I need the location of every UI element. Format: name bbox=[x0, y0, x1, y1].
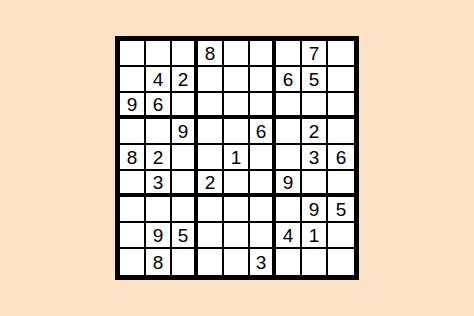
cell-r8c5[interactable] bbox=[224, 223, 250, 249]
cell-r8c6[interactable] bbox=[250, 223, 276, 249]
cell-r6c5[interactable] bbox=[224, 171, 250, 197]
cell-r6c8[interactable] bbox=[302, 171, 328, 197]
cell-r9c4[interactable] bbox=[198, 249, 224, 275]
cell-r3c3[interactable] bbox=[172, 93, 198, 119]
cell-r9c1[interactable] bbox=[120, 249, 146, 275]
cell-r8c1[interactable] bbox=[120, 223, 146, 249]
cell-r3c7[interactable] bbox=[276, 93, 302, 119]
cell-r8c3[interactable]: 5 bbox=[172, 223, 198, 249]
cell-r7c9[interactable]: 5 bbox=[328, 197, 354, 223]
cell-r5c7[interactable] bbox=[276, 145, 302, 171]
cell-r1c7[interactable] bbox=[276, 41, 302, 67]
cell-r7c1[interactable] bbox=[120, 197, 146, 223]
cell-r3c1[interactable]: 9 bbox=[120, 93, 146, 119]
cell-r3c5[interactable] bbox=[224, 93, 250, 119]
cell-r8c9[interactable] bbox=[328, 223, 354, 249]
cell-r1c8[interactable]: 7 bbox=[302, 41, 328, 67]
cell-r4c9[interactable] bbox=[328, 119, 354, 145]
cell-r7c3[interactable] bbox=[172, 197, 198, 223]
cell-r7c5[interactable] bbox=[224, 197, 250, 223]
cell-r1c2[interactable] bbox=[146, 41, 172, 67]
cell-r5c8[interactable]: 3 bbox=[302, 145, 328, 171]
cell-r2c9[interactable] bbox=[328, 67, 354, 93]
cell-r3c6[interactable] bbox=[250, 93, 276, 119]
cell-r7c8[interactable]: 9 bbox=[302, 197, 328, 223]
cell-r1c4[interactable]: 8 bbox=[198, 41, 224, 67]
cell-r3c8[interactable] bbox=[302, 93, 328, 119]
cell-r9c7[interactable] bbox=[276, 249, 302, 275]
cell-r4c5[interactable] bbox=[224, 119, 250, 145]
cell-r5c6[interactable] bbox=[250, 145, 276, 171]
cell-r9c5[interactable] bbox=[224, 249, 250, 275]
cell-r4c6[interactable]: 6 bbox=[250, 119, 276, 145]
cell-r5c9[interactable]: 6 bbox=[328, 145, 354, 171]
cell-r5c5[interactable]: 1 bbox=[224, 145, 250, 171]
cell-r5c3[interactable] bbox=[172, 145, 198, 171]
cell-r5c4[interactable] bbox=[198, 145, 224, 171]
cell-r2c5[interactable] bbox=[224, 67, 250, 93]
cell-r2c2[interactable]: 4 bbox=[146, 67, 172, 93]
cell-r9c9[interactable] bbox=[328, 249, 354, 275]
cell-r1c1[interactable] bbox=[120, 41, 146, 67]
cell-r9c8[interactable] bbox=[302, 249, 328, 275]
cell-r4c7[interactable] bbox=[276, 119, 302, 145]
cell-r4c3[interactable]: 9 bbox=[172, 119, 198, 145]
cell-r3c2[interactable]: 6 bbox=[146, 93, 172, 119]
cell-r2c1[interactable] bbox=[120, 67, 146, 93]
cell-r5c2[interactable]: 2 bbox=[146, 145, 172, 171]
cell-r9c6[interactable]: 3 bbox=[250, 249, 276, 275]
cell-r1c9[interactable] bbox=[328, 41, 354, 67]
cell-r6c6[interactable] bbox=[250, 171, 276, 197]
cell-r2c3[interactable]: 2 bbox=[172, 67, 198, 93]
cell-r8c4[interactable] bbox=[198, 223, 224, 249]
cell-r6c4[interactable]: 2 bbox=[198, 171, 224, 197]
cell-r2c6[interactable] bbox=[250, 67, 276, 93]
cell-r3c9[interactable] bbox=[328, 93, 354, 119]
cell-r6c7[interactable]: 9 bbox=[276, 171, 302, 197]
cell-r2c7[interactable]: 6 bbox=[276, 67, 302, 93]
cell-r8c7[interactable]: 4 bbox=[276, 223, 302, 249]
cell-r5c1[interactable]: 8 bbox=[120, 145, 146, 171]
cell-r4c4[interactable] bbox=[198, 119, 224, 145]
cell-r9c3[interactable] bbox=[172, 249, 198, 275]
cell-r2c4[interactable] bbox=[198, 67, 224, 93]
cell-r6c3[interactable] bbox=[172, 171, 198, 197]
cell-r8c2[interactable]: 9 bbox=[146, 223, 172, 249]
cell-r1c6[interactable] bbox=[250, 41, 276, 67]
cell-r8c8[interactable]: 1 bbox=[302, 223, 328, 249]
cell-r7c7[interactable] bbox=[276, 197, 302, 223]
cell-r4c2[interactable] bbox=[146, 119, 172, 145]
cell-r1c3[interactable] bbox=[172, 41, 198, 67]
sudoku-board: 874265969628213632995954183 bbox=[115, 36, 359, 280]
cell-r7c4[interactable] bbox=[198, 197, 224, 223]
cell-r1c5[interactable] bbox=[224, 41, 250, 67]
cell-r6c2[interactable]: 3 bbox=[146, 171, 172, 197]
cell-r7c6[interactable] bbox=[250, 197, 276, 223]
cell-r2c8[interactable]: 5 bbox=[302, 67, 328, 93]
cell-r7c2[interactable] bbox=[146, 197, 172, 223]
cell-r6c9[interactable] bbox=[328, 171, 354, 197]
cell-r6c1[interactable] bbox=[120, 171, 146, 197]
cell-r3c4[interactable] bbox=[198, 93, 224, 119]
cell-r4c8[interactable]: 2 bbox=[302, 119, 328, 145]
cell-r9c2[interactable]: 8 bbox=[146, 249, 172, 275]
cell-r4c1[interactable] bbox=[120, 119, 146, 145]
page-background: 874265969628213632995954183 bbox=[0, 0, 474, 316]
